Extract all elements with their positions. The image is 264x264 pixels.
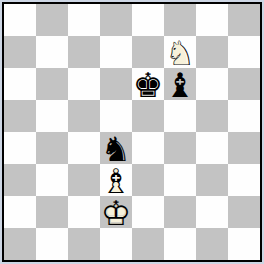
square-f3[interactable] [164, 164, 196, 196]
square-h5[interactable] [228, 100, 260, 132]
square-h1[interactable] [228, 228, 260, 260]
square-a3[interactable] [4, 164, 36, 196]
piece-white-bishop[interactable]: ♝♗ [100, 164, 132, 196]
square-d2[interactable]: ♚♔ [100, 196, 132, 228]
square-g1[interactable] [196, 228, 228, 260]
square-c8[interactable] [68, 4, 100, 36]
square-h2[interactable] [228, 196, 260, 228]
square-b3[interactable] [36, 164, 68, 196]
square-a5[interactable] [4, 100, 36, 132]
square-f1[interactable] [164, 228, 196, 260]
square-a8[interactable] [4, 4, 36, 36]
square-c6[interactable] [68, 68, 100, 100]
square-d3[interactable]: ♝♗ [100, 164, 132, 196]
square-h6[interactable] [228, 68, 260, 100]
white-king-icon: ♔ [100, 197, 132, 229]
square-b8[interactable] [36, 4, 68, 36]
square-c4[interactable] [68, 132, 100, 164]
square-b6[interactable] [36, 68, 68, 100]
square-g6[interactable] [196, 68, 228, 100]
square-a4[interactable] [4, 132, 36, 164]
square-f4[interactable] [164, 132, 196, 164]
square-g4[interactable] [196, 132, 228, 164]
square-h7[interactable] [228, 36, 260, 68]
square-e6[interactable]: ♚ [132, 68, 164, 100]
square-a6[interactable] [4, 68, 36, 100]
square-e3[interactable] [132, 164, 164, 196]
chess-board: ♞♘♚♝♞♝♗♚♔ [4, 4, 260, 260]
square-e1[interactable] [132, 228, 164, 260]
square-c5[interactable] [68, 100, 100, 132]
square-f7[interactable]: ♞♘ [164, 36, 196, 68]
square-a2[interactable] [4, 196, 36, 228]
piece-white-king[interactable]: ♚♔ [100, 196, 132, 228]
piece-black-knight[interactable]: ♞ [100, 132, 132, 164]
square-g2[interactable] [196, 196, 228, 228]
square-c2[interactable] [68, 196, 100, 228]
square-b7[interactable] [36, 36, 68, 68]
square-f6[interactable]: ♝ [164, 68, 196, 100]
square-h4[interactable] [228, 132, 260, 164]
board-frame: ♞♘♚♝♞♝♗♚♔ [2, 2, 262, 262]
square-c3[interactable] [68, 164, 100, 196]
square-g3[interactable] [196, 164, 228, 196]
square-e4[interactable] [132, 132, 164, 164]
chess-diagram-page: ♞♘♚♝♞♝♗♚♔ [0, 0, 264, 264]
square-f5[interactable] [164, 100, 196, 132]
square-c7[interactable] [68, 36, 100, 68]
square-g7[interactable] [196, 36, 228, 68]
square-g8[interactable] [196, 4, 228, 36]
square-b1[interactable] [36, 228, 68, 260]
piece-black-king[interactable]: ♚ [132, 68, 164, 100]
square-d1[interactable] [100, 228, 132, 260]
square-f2[interactable] [164, 196, 196, 228]
black-king-icon: ♚ [132, 69, 164, 101]
square-e8[interactable] [132, 4, 164, 36]
piece-white-knight[interactable]: ♞♘ [164, 36, 196, 68]
square-g5[interactable] [196, 100, 228, 132]
square-b5[interactable] [36, 100, 68, 132]
square-d6[interactable] [100, 68, 132, 100]
square-c1[interactable] [68, 228, 100, 260]
square-d4[interactable]: ♞ [100, 132, 132, 164]
black-bishop-icon: ♝ [164, 69, 196, 101]
square-h8[interactable] [228, 4, 260, 36]
piece-black-bishop[interactable]: ♝ [164, 68, 196, 100]
square-h3[interactable] [228, 164, 260, 196]
square-b2[interactable] [36, 196, 68, 228]
square-d5[interactable] [100, 100, 132, 132]
square-a7[interactable] [4, 36, 36, 68]
square-e5[interactable] [132, 100, 164, 132]
square-f8[interactable] [164, 4, 196, 36]
square-e2[interactable] [132, 196, 164, 228]
square-e7[interactable] [132, 36, 164, 68]
square-b4[interactable] [36, 132, 68, 164]
square-a1[interactable] [4, 228, 36, 260]
square-d7[interactable] [100, 36, 132, 68]
square-d8[interactable] [100, 4, 132, 36]
